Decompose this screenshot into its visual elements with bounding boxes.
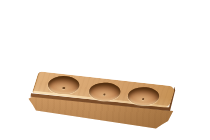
- pit-center-hole: [103, 93, 106, 95]
- pit-3[interactable]: [125, 86, 161, 107]
- board-base-molding: [0, 0, 210, 140]
- photo-background: [0, 0, 210, 140]
- pit-center-hole: [62, 87, 65, 89]
- pit-cell-1: [33, 71, 85, 97]
- pit-1[interactable]: [46, 75, 82, 96]
- pit-2[interactable]: [87, 81, 123, 102]
- pit-center-hole: [141, 98, 144, 100]
